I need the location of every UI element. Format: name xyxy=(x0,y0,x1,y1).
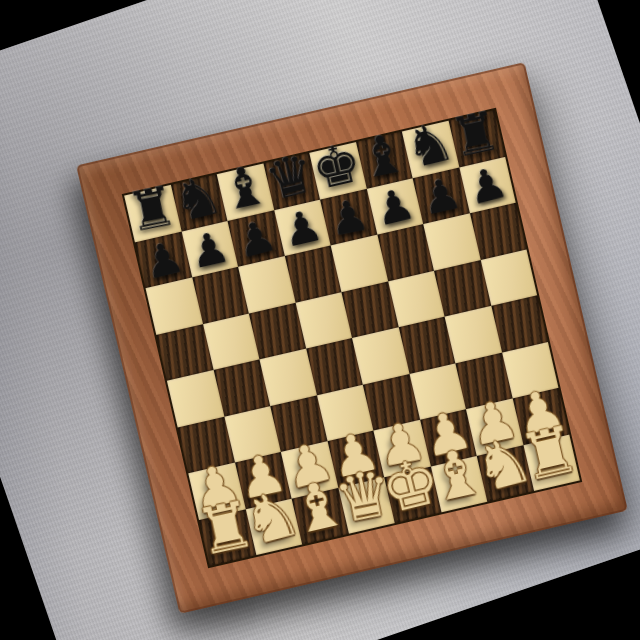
black-pawn-b7[interactable]: ♟ xyxy=(186,224,234,275)
board-inner-edge: ♜♞♝♛♚♝♞♜♟♟♟♟♟♟♟♟♟♟♟♟♟♟♟♟♜♞♝♛♚♝♞♜ xyxy=(122,108,583,569)
black-pawn-d7[interactable]: ♟ xyxy=(278,202,326,254)
board-grid: ♜♞♝♛♚♝♞♜♟♟♟♟♟♟♟♟♟♟♟♟♟♟♟♟♜♞♝♛♚♝♞♜ xyxy=(124,110,580,566)
black-pawn-f7[interactable]: ♟ xyxy=(370,181,419,233)
black-pawn-a7[interactable]: ♟ xyxy=(139,234,188,286)
photo-canvas: ♜♞♝♛♚♝♞♜♟♟♟♟♟♟♟♟♟♟♟♟♟♟♟♟♜♞♝♛♚♝♞♜ xyxy=(0,0,640,640)
black-pawn-e7[interactable]: ♟ xyxy=(325,192,372,243)
black-pawn-g7[interactable]: ♟ xyxy=(417,171,465,222)
square-h1[interactable]: ♜ xyxy=(523,434,580,491)
